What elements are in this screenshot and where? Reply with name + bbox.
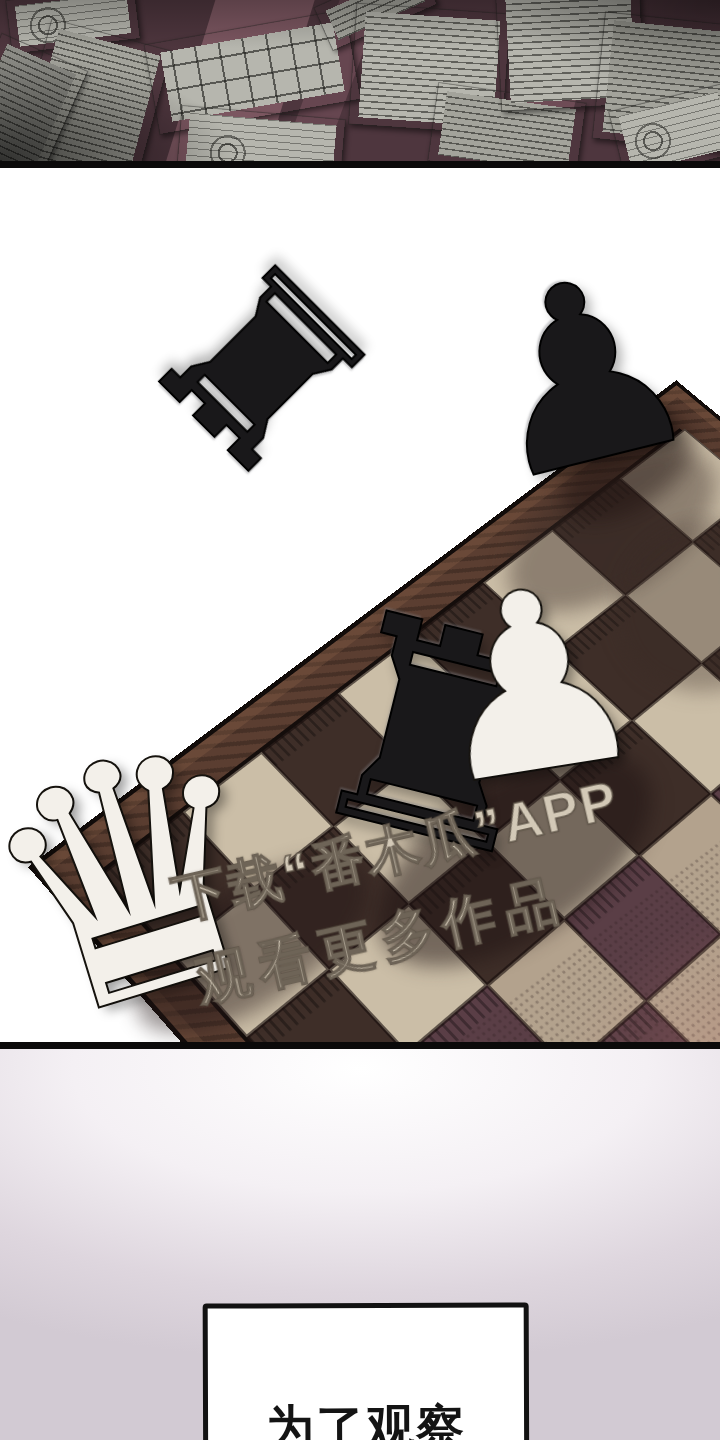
comic-page: ♜♟♜♟♛ 下载“番木瓜”APP 观看更多作品 为了观察 — [0, 0, 720, 1440]
panel-border — [0, 1042, 720, 1049]
panel-vignette — [0, 0, 720, 161]
caption-text: 为了观察 — [208, 1395, 524, 1440]
panel-chessboard: ♜♟♜♟♛ 下载“番木瓜”APP 观看更多作品 — [0, 168, 720, 1042]
panel-border — [0, 161, 720, 168]
piece-black-pawn: ♟ — [447, 230, 719, 521]
panel-caption: 为了观察 — [0, 1049, 720, 1440]
piece-black-rook-fallen: ♜ — [114, 214, 416, 516]
panel-documents — [0, 0, 720, 161]
caption-box: 为了观察 — [203, 1302, 530, 1440]
